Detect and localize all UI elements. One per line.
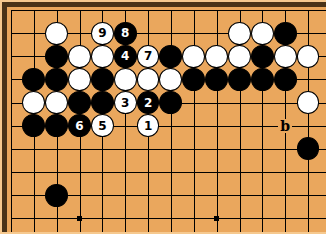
board-point: 5 [91,114,114,137]
white-stone [91,45,114,68]
board-point [274,68,297,91]
black-stone [228,68,251,91]
white-stone [274,45,297,68]
board-point: 8 [114,22,137,45]
black-stone [205,68,228,91]
black-stone [182,68,205,91]
board-point: 1 [137,114,160,137]
board-point [159,68,182,91]
board-point [297,137,320,160]
go-board: 984732651b [2,2,326,232]
star-point-marker [77,216,82,221]
label-b: b [278,119,292,133]
black-stone-move-2: 2 [137,91,160,114]
black-stone [68,91,91,114]
board-point: 3 [114,91,137,114]
black-stone [22,68,45,91]
board-point [114,68,137,91]
board-point [297,45,320,68]
board-point [251,68,274,91]
white-stone-move-5: 5 [91,114,114,137]
black-stone [274,68,297,91]
board-point: 7 [137,45,160,68]
white-stone [159,68,182,91]
board-point [45,22,68,45]
white-stone [68,45,91,68]
board-point [68,68,91,91]
board-point [68,45,91,68]
board-points-grid: 984732651b [0,0,319,230]
board-point [91,91,114,114]
board-point [68,91,91,114]
hoshi-point [205,207,228,230]
board-point [45,184,68,207]
board-point [228,68,251,91]
white-stone [297,45,320,68]
board-point [251,45,274,68]
board-point [45,114,68,137]
white-stone [68,68,91,91]
black-stone [91,68,114,91]
black-stone [159,91,182,114]
black-stone [159,45,182,68]
white-stone [228,45,251,68]
black-stone-move-4: 4 [114,45,137,68]
board-point [45,68,68,91]
board-point [91,68,114,91]
white-stone [182,45,205,68]
board-point [45,91,68,114]
white-stone-move-3: 3 [114,91,137,114]
white-stone [228,22,251,45]
black-stone [22,114,45,137]
white-stone [114,68,137,91]
white-stone [45,91,68,114]
white-stone-move-1: 1 [137,114,160,137]
white-stone [137,68,160,91]
black-stone [274,22,297,45]
board-point [274,22,297,45]
board-point [45,45,68,68]
board-point [228,22,251,45]
board-point [297,91,320,114]
board-point [159,45,182,68]
board-point [22,68,45,91]
black-stone [251,45,274,68]
hoshi-point [68,207,91,230]
board-point [205,68,228,91]
black-stone-move-6: 6 [68,114,91,137]
black-stone [91,91,114,114]
board-point [91,45,114,68]
board-point [228,45,251,68]
white-stone-move-9: 9 [91,22,114,45]
white-stone [22,91,45,114]
black-stone [251,68,274,91]
board-point [182,68,205,91]
board-point [251,22,274,45]
star-point-marker [214,216,219,221]
board-point [274,45,297,68]
board-point [22,114,45,137]
black-stone [45,114,68,137]
board-point: 2 [137,91,160,114]
board-point [205,45,228,68]
board-point: 6 [68,114,91,137]
board-point [182,45,205,68]
board-point [159,91,182,114]
go-diagram: 984732651b [0,0,326,234]
black-stone-move-8: 8 [114,22,137,45]
white-stone [45,22,68,45]
black-stone [297,137,320,160]
board-point [22,91,45,114]
point-label: b [274,114,297,137]
board-point [137,68,160,91]
board-point: 9 [91,22,114,45]
black-stone [45,184,68,207]
white-stone-move-7: 7 [137,45,160,68]
white-stone [297,91,320,114]
board-point: 4 [114,45,137,68]
white-stone [251,22,274,45]
white-stone [205,45,228,68]
black-stone [45,68,68,91]
black-stone [45,45,68,68]
